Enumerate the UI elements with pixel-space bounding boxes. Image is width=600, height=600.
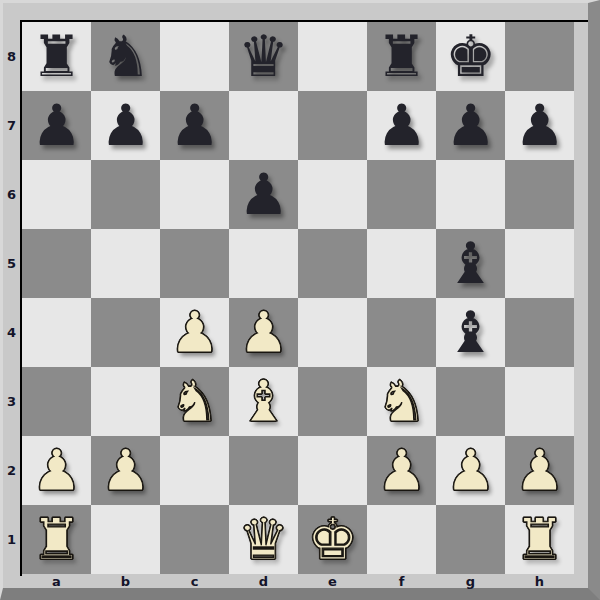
- piece-black-pawn[interactable]: ♟: [445, 91, 496, 160]
- square-e3[interactable]: [298, 367, 367, 436]
- piece-black-queen[interactable]: ♛: [238, 22, 289, 91]
- square-d3[interactable]: ♝: [229, 367, 298, 436]
- square-b3[interactable]: [91, 367, 160, 436]
- square-a1[interactable]: ♜: [22, 505, 91, 574]
- square-h6[interactable]: [505, 160, 574, 229]
- square-c1[interactable]: [160, 505, 229, 574]
- piece-white-pawn[interactable]: ♟: [445, 436, 496, 505]
- square-h7[interactable]: ♟: [505, 91, 574, 160]
- square-g7[interactable]: ♟: [436, 91, 505, 160]
- square-b4[interactable]: [91, 298, 160, 367]
- square-a5[interactable]: [22, 229, 91, 298]
- square-c7[interactable]: ♟: [160, 91, 229, 160]
- square-h3[interactable]: [505, 367, 574, 436]
- square-h5[interactable]: [505, 229, 574, 298]
- square-h1[interactable]: ♜: [505, 505, 574, 574]
- square-b1[interactable]: [91, 505, 160, 574]
- square-a8[interactable]: ♜: [22, 22, 91, 91]
- square-g5[interactable]: ♝: [436, 229, 505, 298]
- file-label-b: b: [91, 574, 160, 589]
- piece-white-rook[interactable]: ♜: [514, 505, 565, 574]
- piece-white-rook[interactable]: ♜: [31, 505, 82, 574]
- square-f6[interactable]: [367, 160, 436, 229]
- square-h8[interactable]: [505, 22, 574, 91]
- square-b2[interactable]: ♟: [91, 436, 160, 505]
- square-e4[interactable]: [298, 298, 367, 367]
- piece-black-king[interactable]: ♚: [445, 22, 496, 91]
- rank-label-4: 4: [3, 298, 20, 367]
- rank-label-8: 8: [3, 22, 20, 91]
- rank-label-6: 6: [3, 160, 20, 229]
- piece-black-knight[interactable]: ♞: [100, 22, 151, 91]
- square-g8[interactable]: ♚: [436, 22, 505, 91]
- piece-black-pawn[interactable]: ♟: [514, 91, 565, 160]
- square-g6[interactable]: [436, 160, 505, 229]
- square-e5[interactable]: [298, 229, 367, 298]
- square-c3[interactable]: ♞: [160, 367, 229, 436]
- square-h2[interactable]: ♟: [505, 436, 574, 505]
- square-d1[interactable]: ♛: [229, 505, 298, 574]
- square-a3[interactable]: [22, 367, 91, 436]
- piece-black-pawn[interactable]: ♟: [169, 91, 220, 160]
- square-g4[interactable]: ♝: [436, 298, 505, 367]
- square-f4[interactable]: [367, 298, 436, 367]
- square-g2[interactable]: ♟: [436, 436, 505, 505]
- rank-label-7: 7: [3, 91, 20, 160]
- file-label-e: e: [298, 574, 367, 589]
- square-e2[interactable]: [298, 436, 367, 505]
- square-f8[interactable]: ♜: [367, 22, 436, 91]
- square-b6[interactable]: [91, 160, 160, 229]
- square-d2[interactable]: [229, 436, 298, 505]
- piece-white-pawn[interactable]: ♟: [238, 298, 289, 367]
- file-label-d: d: [229, 574, 298, 589]
- piece-black-pawn[interactable]: ♟: [31, 91, 82, 160]
- rank-label-3: 3: [3, 367, 20, 436]
- square-c6[interactable]: [160, 160, 229, 229]
- square-d6[interactable]: ♟: [229, 160, 298, 229]
- file-label-g: g: [436, 574, 505, 589]
- square-d5[interactable]: [229, 229, 298, 298]
- piece-black-pawn[interactable]: ♟: [238, 160, 289, 229]
- piece-black-bishop[interactable]: ♝: [445, 229, 496, 298]
- file-label-a: a: [22, 574, 91, 589]
- piece-black-rook[interactable]: ♜: [376, 22, 427, 91]
- square-b8[interactable]: ♞: [91, 22, 160, 91]
- rank-label-2: 2: [3, 436, 20, 505]
- square-a7[interactable]: ♟: [22, 91, 91, 160]
- square-d4[interactable]: ♟: [229, 298, 298, 367]
- square-g1[interactable]: [436, 505, 505, 574]
- chess-board: ♜♞♛♜♚♟♟♟♟♟♟♟♝♟♟♝♞♝♞♟♟♟♟♟♜♛♚♜: [22, 22, 574, 574]
- piece-white-queen[interactable]: ♛: [238, 505, 289, 574]
- square-f3[interactable]: ♞: [367, 367, 436, 436]
- square-b7[interactable]: ♟: [91, 91, 160, 160]
- square-c8[interactable]: [160, 22, 229, 91]
- rank-label-5: 5: [3, 229, 20, 298]
- square-f7[interactable]: ♟: [367, 91, 436, 160]
- piece-white-pawn[interactable]: ♟: [31, 436, 82, 505]
- square-b5[interactable]: [91, 229, 160, 298]
- square-a2[interactable]: ♟: [22, 436, 91, 505]
- square-a6[interactable]: [22, 160, 91, 229]
- piece-black-pawn[interactable]: ♟: [100, 91, 151, 160]
- piece-white-bishop[interactable]: ♝: [238, 367, 289, 436]
- rank-label-1: 1: [3, 505, 20, 574]
- file-label-h: h: [505, 574, 574, 589]
- square-f5[interactable]: [367, 229, 436, 298]
- piece-white-pawn[interactable]: ♟: [169, 298, 220, 367]
- piece-white-knight[interactable]: ♞: [376, 367, 427, 436]
- square-a4[interactable]: [22, 298, 91, 367]
- square-d8[interactable]: ♛: [229, 22, 298, 91]
- piece-white-king[interactable]: ♚: [307, 505, 358, 574]
- piece-white-pawn[interactable]: ♟: [100, 436, 151, 505]
- piece-white-knight[interactable]: ♞: [169, 367, 220, 436]
- piece-white-pawn[interactable]: ♟: [514, 436, 565, 505]
- piece-white-pawn[interactable]: ♟: [376, 436, 427, 505]
- piece-black-rook[interactable]: ♜: [31, 22, 82, 91]
- square-d7[interactable]: [229, 91, 298, 160]
- square-e6[interactable]: [298, 160, 367, 229]
- square-c5[interactable]: [160, 229, 229, 298]
- square-f2[interactable]: ♟: [367, 436, 436, 505]
- square-h4[interactable]: [505, 298, 574, 367]
- square-f1[interactable]: [367, 505, 436, 574]
- square-e7[interactable]: [298, 91, 367, 160]
- piece-black-pawn[interactable]: ♟: [376, 91, 427, 160]
- square-c4[interactable]: ♟: [160, 298, 229, 367]
- square-e1[interactable]: ♚: [298, 505, 367, 574]
- piece-black-bishop[interactable]: ♝: [445, 298, 496, 367]
- file-label-c: c: [160, 574, 229, 589]
- square-g3[interactable]: [436, 367, 505, 436]
- square-e8[interactable]: [298, 22, 367, 91]
- square-c2[interactable]: [160, 436, 229, 505]
- file-label-f: f: [367, 574, 436, 589]
- chess-diagram-frame: ♜♞♛♜♚♟♟♟♟♟♟♟♝♟♟♝♞♝♞♟♟♟♟♟♜♛♚♜ 87654321 ab…: [0, 0, 600, 600]
